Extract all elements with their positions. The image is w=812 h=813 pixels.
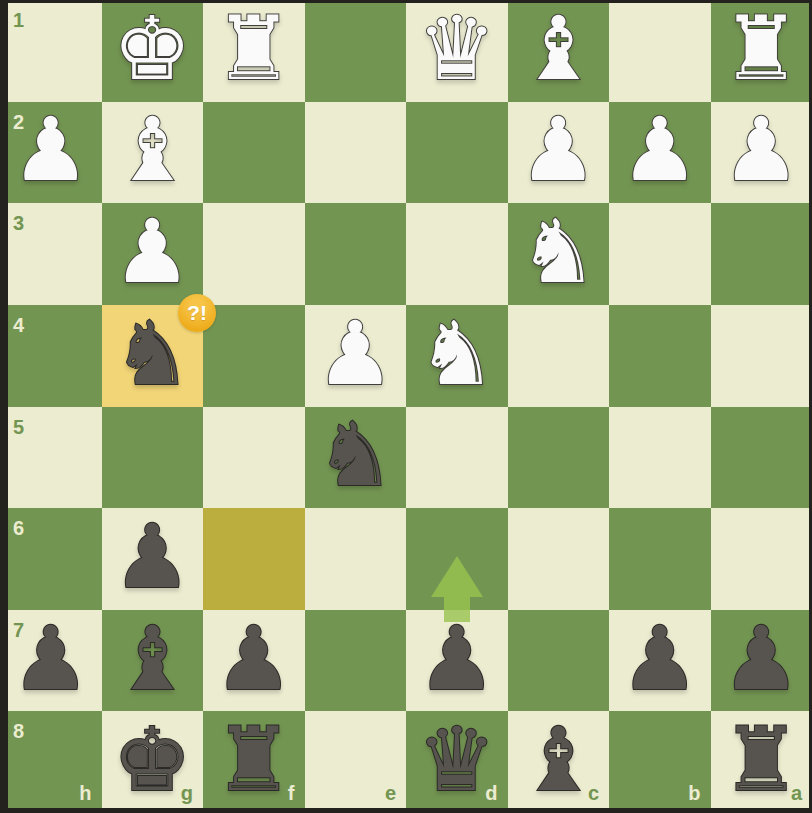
white-pawn-c2[interactable]: ♟︎: [519, 106, 598, 194]
square-g8[interactable]: ♚g: [102, 711, 204, 813]
square-c8[interactable]: ♝c: [508, 711, 610, 813]
square-e4[interactable]: ♟︎: [305, 305, 407, 407]
square-e2[interactable]: [305, 102, 407, 204]
square-g2[interactable]: ♝: [102, 102, 204, 204]
square-g7[interactable]: ♝: [102, 610, 204, 712]
black-pawn-g6[interactable]: ♟︎: [113, 513, 192, 601]
square-b7[interactable]: ♟︎: [609, 610, 711, 712]
last-move-highlight-f6: [203, 508, 305, 610]
square-d5[interactable]: [406, 407, 508, 509]
white-queen-d1[interactable]: ♛: [417, 5, 496, 93]
file-label-h: h: [79, 782, 91, 805]
square-e8[interactable]: e: [305, 711, 407, 813]
square-c1[interactable]: ♝: [508, 0, 610, 102]
black-pawn-f7[interactable]: ♟︎: [214, 615, 293, 703]
square-d6[interactable]: [406, 508, 508, 610]
square-f8[interactable]: ♜f: [203, 711, 305, 813]
square-b8[interactable]: b: [609, 711, 711, 813]
square-f1[interactable]: ♜: [203, 0, 305, 102]
white-knight-d4[interactable]: ♞: [417, 310, 496, 398]
square-g6[interactable]: ♟︎: [102, 508, 204, 610]
square-a4[interactable]: [711, 305, 812, 407]
black-pawn-h7[interactable]: ♟︎: [11, 615, 90, 703]
square-d7[interactable]: ♟︎: [406, 610, 508, 712]
black-pawn-a7[interactable]: ♟︎: [722, 615, 801, 703]
square-a3[interactable]: [711, 203, 812, 305]
square-b5[interactable]: [609, 407, 711, 509]
white-bishop-g2[interactable]: ♝: [113, 106, 192, 194]
square-h4[interactable]: 4: [0, 305, 102, 407]
square-a1[interactable]: ♜: [711, 0, 812, 102]
square-a5[interactable]: [711, 407, 812, 509]
white-king-g1[interactable]: ♚: [113, 5, 192, 93]
black-king-g8[interactable]: ♚: [113, 716, 192, 804]
white-pawn-a2[interactable]: ♟︎: [722, 106, 801, 194]
white-pawn-g3[interactable]: ♟︎: [113, 208, 192, 296]
white-rook-f1[interactable]: ♜: [214, 5, 293, 93]
square-c3[interactable]: ♞: [508, 203, 610, 305]
square-d2[interactable]: [406, 102, 508, 204]
file-label-e: e: [385, 782, 396, 805]
square-h6[interactable]: 6: [0, 508, 102, 610]
dubious-move-badge: ?!: [178, 294, 216, 332]
square-f5[interactable]: [203, 407, 305, 509]
square-b4[interactable]: [609, 305, 711, 407]
square-a2[interactable]: ♟︎: [711, 102, 812, 204]
square-f7[interactable]: ♟︎: [203, 610, 305, 712]
black-pawn-b7[interactable]: ♟︎: [620, 615, 699, 703]
black-bishop-c8[interactable]: ♝: [519, 716, 598, 804]
chess-analysis-stage: 1♚♜♛♝♜♟︎2♝♟︎♟︎♟︎3♟︎♞4♞♟︎♞5♞6♟︎♟︎7♝♟︎♟︎♟︎…: [0, 0, 812, 813]
square-c6[interactable]: [508, 508, 610, 610]
square-a7[interactable]: ♟︎: [711, 610, 812, 712]
white-rook-a1[interactable]: ♜: [722, 5, 801, 93]
square-f6[interactable]: [203, 508, 305, 610]
square-h7[interactable]: ♟︎7: [0, 610, 102, 712]
rank-label-5: 5: [13, 416, 24, 439]
square-a6[interactable]: [711, 508, 812, 610]
black-rook-a8[interactable]: ♜: [722, 716, 801, 804]
square-h3[interactable]: 3: [0, 203, 102, 305]
square-d8[interactable]: ♛d: [406, 711, 508, 813]
square-c4[interactable]: [508, 305, 610, 407]
square-h2[interactable]: ♟︎2: [0, 102, 102, 204]
black-queen-d8[interactable]: ♛: [417, 716, 496, 804]
square-c5[interactable]: [508, 407, 610, 509]
square-d1[interactable]: ♛: [406, 0, 508, 102]
square-e6[interactable]: [305, 508, 407, 610]
square-e1[interactable]: [305, 0, 407, 102]
square-f4[interactable]: [203, 305, 305, 407]
square-h5[interactable]: 5: [0, 407, 102, 509]
black-pawn-d7[interactable]: ♟︎: [417, 615, 496, 703]
square-b2[interactable]: ♟︎: [609, 102, 711, 204]
square-f2[interactable]: [203, 102, 305, 204]
square-e7[interactable]: [305, 610, 407, 712]
square-a8[interactable]: ♜a: [711, 711, 812, 813]
square-c2[interactable]: ♟︎: [508, 102, 610, 204]
square-g3[interactable]: ♟︎: [102, 203, 204, 305]
rank-label-1: 1: [13, 9, 24, 32]
white-bishop-c1[interactable]: ♝: [519, 5, 598, 93]
rank-label-4: 4: [13, 314, 24, 337]
square-b6[interactable]: [609, 508, 711, 610]
square-h8[interactable]: 8h: [0, 711, 102, 813]
square-g1[interactable]: ♚: [102, 0, 204, 102]
black-knight-e5[interactable]: ♞: [316, 411, 395, 499]
square-e3[interactable]: [305, 203, 407, 305]
square-d3[interactable]: [406, 203, 508, 305]
white-pawn-h2[interactable]: ♟︎: [11, 106, 90, 194]
rank-label-3: 3: [13, 212, 24, 235]
square-h1[interactable]: 1: [0, 0, 102, 102]
black-rook-f8[interactable]: ♜: [214, 716, 293, 804]
square-c7[interactable]: [508, 610, 610, 712]
file-label-b: b: [688, 782, 700, 805]
chess-board: 1♚♜♛♝♜♟︎2♝♟︎♟︎♟︎3♟︎♞4♞♟︎♞5♞6♟︎♟︎7♝♟︎♟︎♟︎…: [0, 0, 812, 813]
white-pawn-e4[interactable]: ♟︎: [316, 310, 395, 398]
black-bishop-g7[interactable]: ♝: [113, 615, 192, 703]
square-g5[interactable]: [102, 407, 204, 509]
square-e5[interactable]: ♞: [305, 407, 407, 509]
square-b3[interactable]: [609, 203, 711, 305]
white-pawn-b2[interactable]: ♟︎: [620, 106, 699, 194]
white-knight-c3[interactable]: ♞: [519, 208, 598, 296]
square-b1[interactable]: [609, 0, 711, 102]
square-f3[interactable]: [203, 203, 305, 305]
square-d4[interactable]: ♞: [406, 305, 508, 407]
rank-label-6: 6: [13, 517, 24, 540]
rank-label-8: 8: [13, 720, 24, 743]
